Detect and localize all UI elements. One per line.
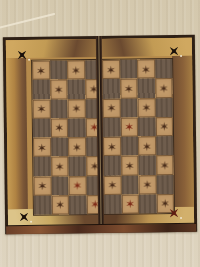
board-square[interactable]: ✶: [138, 136, 156, 155]
board-square[interactable]: ✶: [69, 176, 87, 195]
square-star-inlay-icon: ✶: [160, 198, 170, 210]
board-square[interactable]: [50, 99, 68, 118]
board-square[interactable]: ✶: [33, 138, 51, 157]
board-square[interactable]: [156, 136, 174, 155]
frame-band-top-right: [99, 38, 192, 57]
square-star-inlay-icon: ✶: [37, 180, 47, 192]
board-square[interactable]: [34, 195, 52, 214]
square-star-inlay-icon: ✶: [141, 102, 151, 114]
board-square[interactable]: [33, 118, 51, 137]
square-star-inlay-icon: ✶: [37, 142, 47, 154]
board-square[interactable]: ✶: [103, 98, 121, 117]
square-star-inlay-icon: ✶: [159, 121, 169, 133]
square-star-inlay-icon: ✶: [125, 160, 135, 172]
board-square[interactable]: ✶: [121, 156, 139, 175]
square-star-inlay-icon: ✶: [125, 198, 135, 210]
board-square[interactable]: [33, 157, 51, 176]
square-star-inlay-icon: ✶: [36, 103, 46, 115]
board-square[interactable]: [102, 79, 120, 98]
board-square[interactable]: [104, 194, 122, 213]
square-star-inlay-icon: ✶: [124, 121, 134, 133]
square-star-inlay-icon: ✶: [106, 64, 116, 76]
board-square[interactable]: [120, 98, 138, 117]
board-square[interactable]: [121, 137, 139, 156]
square-star-inlay-icon: ✶: [142, 179, 152, 191]
board-square[interactable]: [68, 118, 86, 137]
square-star-inlay-icon: ✶: [142, 140, 152, 152]
corner-ivory-dot: [30, 221, 32, 223]
board-square[interactable]: ✶: [103, 137, 121, 156]
board-square[interactable]: [156, 175, 174, 194]
square-star-inlay-icon: ✶: [141, 63, 151, 75]
square-star-inlay-icon: ✶: [160, 159, 170, 171]
square-star-inlay-icon: ✶: [159, 82, 169, 94]
square-star-inlay-icon: ✶: [107, 141, 117, 153]
board-square[interactable]: ✶: [156, 155, 174, 174]
square-star-inlay-icon: ✶: [72, 141, 82, 153]
board-square[interactable]: [68, 156, 86, 175]
board-square[interactable]: [139, 194, 157, 213]
square-star-inlay-icon: ✶: [71, 64, 81, 76]
board-square[interactable]: ✶: [120, 117, 138, 136]
board-square[interactable]: ✶: [155, 117, 173, 136]
corner-ivory-dot: [180, 217, 182, 219]
frame-band-right: [172, 56, 194, 207]
board-square[interactable]: [155, 98, 173, 117]
board-square[interactable]: [103, 156, 121, 175]
square-star-inlay-icon: ✶: [106, 102, 116, 114]
board-square[interactable]: [120, 60, 138, 79]
board-square[interactable]: ✶: [120, 79, 138, 98]
board-square[interactable]: ✶: [68, 137, 86, 156]
square-star-inlay-icon: ✶: [36, 65, 46, 77]
square-star-inlay-icon: ✶: [54, 122, 64, 134]
board-square[interactable]: [32, 80, 50, 99]
square-star-inlay-icon: ✶: [107, 179, 117, 191]
board-square[interactable]: [103, 118, 121, 137]
square-star-inlay-icon: ✶: [72, 180, 82, 192]
square-star-inlay-icon: ✶: [55, 199, 65, 211]
board-square[interactable]: [50, 60, 68, 79]
frame-band-left: [6, 58, 28, 209]
board-square[interactable]: [138, 117, 156, 136]
board-square[interactable]: ✶: [34, 176, 52, 195]
board-square[interactable]: ✶: [32, 61, 50, 80]
folding-board-box: ✶✶✶✶✶✶✶✶✶✶✶✶✶✶✶✶✶✶✶✶✶✶✶✶✶✶✶✶✶✶✶✶: [3, 35, 197, 234]
board-square[interactable]: ✶: [51, 157, 69, 176]
board-square[interactable]: ✶: [102, 60, 120, 79]
board-square[interactable]: ✶: [137, 59, 155, 78]
board-square[interactable]: [138, 156, 156, 175]
board-square[interactable]: ✶: [50, 80, 68, 99]
board-square[interactable]: [51, 176, 69, 195]
corner-ivory-dot: [28, 59, 30, 61]
board-square[interactable]: [69, 195, 87, 214]
board-square[interactable]: ✶: [104, 175, 122, 194]
square-star-inlay-icon: ✶: [54, 84, 64, 96]
board-square[interactable]: ✶: [138, 175, 156, 194]
board-square[interactable]: ✶: [33, 99, 51, 118]
board-square[interactable]: [67, 79, 85, 98]
square-star-inlay-icon: ✶: [71, 103, 81, 115]
board-square[interactable]: [51, 137, 69, 156]
board-square[interactable]: [137, 79, 155, 98]
square-star-inlay-icon: ✶: [124, 83, 134, 95]
square-star-inlay-icon: ✶: [55, 161, 65, 173]
corner-ivory-dot: [180, 55, 182, 57]
board-square[interactable]: ✶: [138, 98, 156, 117]
board-square[interactable]: ✶: [155, 78, 173, 97]
board-square[interactable]: ✶: [51, 195, 69, 214]
board-square[interactable]: [155, 59, 173, 78]
board-square[interactable]: ✶: [68, 99, 86, 118]
board-square[interactable]: ✶: [50, 118, 68, 137]
board-square[interactable]: [121, 175, 139, 194]
board-square[interactable]: ✶: [67, 60, 85, 79]
board-square[interactable]: ✶: [121, 194, 139, 213]
frame-band-top-left: [6, 39, 99, 58]
